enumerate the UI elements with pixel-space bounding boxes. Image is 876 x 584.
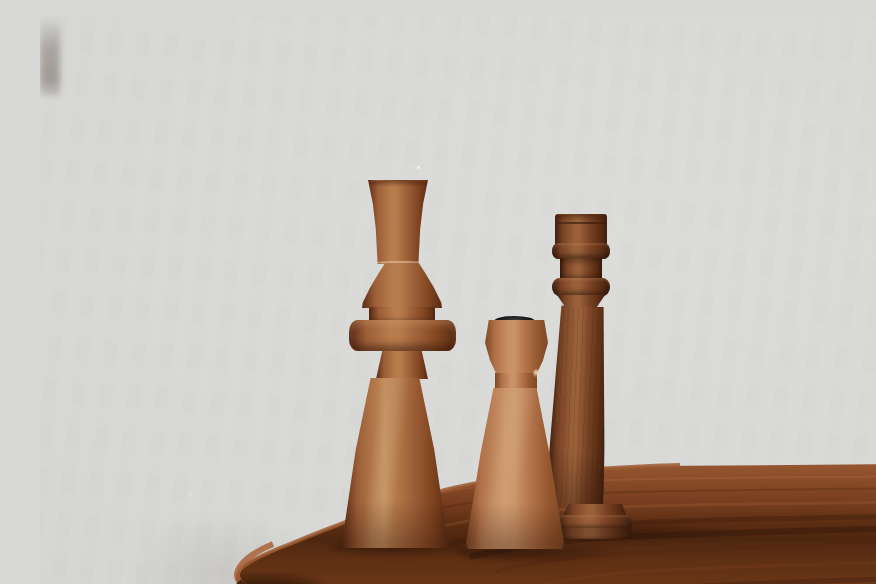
right-candlestick-base-step <box>559 528 631 539</box>
left-candlestick-stem <box>376 351 428 379</box>
left-candlestick-conical-foot <box>342 378 448 548</box>
right-candlestick-rim-groove <box>556 222 606 224</box>
left-candlestick-collar-disc <box>349 320 456 351</box>
right-candlestick-lower-ring <box>552 278 610 296</box>
right-candlestick-neck-flare <box>557 295 605 307</box>
left-candlestick-wood-crack <box>340 378 347 444</box>
right-candlestick-cove <box>560 258 602 279</box>
middle-candlestick-goblet-cup <box>485 320 548 374</box>
between-pieces-shadow <box>40 16 60 96</box>
left-candlestick-shoulder-dome <box>362 263 442 308</box>
middle-candlestick-conical-foot <box>466 388 564 549</box>
middle-candlestick-waist <box>495 373 537 389</box>
middle-candlestick <box>463 313 567 553</box>
left-candlestick <box>336 179 460 551</box>
middle-candlestick-light-knot <box>533 369 540 378</box>
right-candlestick-upper-ring <box>552 243 610 259</box>
photo-scene: Three handmade turned-wood candle holder… <box>40 16 876 584</box>
left-candlestick-flared-cup <box>368 180 428 264</box>
right-candlestick-candle-cup <box>555 214 607 245</box>
